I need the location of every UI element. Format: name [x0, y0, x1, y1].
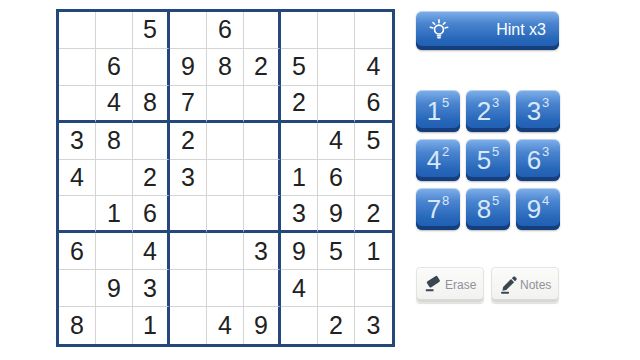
cell-r1c3[interactable]: 5: [133, 12, 170, 49]
numpad-digit: 3: [527, 98, 541, 124]
cell-r6c5[interactable]: [207, 196, 244, 233]
numpad-digit: 4: [427, 147, 441, 173]
numpad-digit: 8: [477, 196, 491, 222]
hint-button[interactable]: Hint x3: [416, 11, 559, 50]
cell-r4c5[interactable]: [207, 123, 244, 160]
cell-r7c6[interactable]: 3: [244, 233, 281, 270]
numpad-digit: 5: [477, 147, 491, 173]
numpad-button-5[interactable]: 55: [466, 139, 510, 181]
cell-r5c7[interactable]: 1: [281, 160, 318, 197]
cell-r5c3[interactable]: 2: [133, 160, 170, 197]
cell-r5c9[interactable]: [355, 160, 392, 197]
numpad-remaining-count: 5: [492, 194, 499, 207]
cell-r3c3[interactable]: 8: [133, 86, 170, 123]
cell-r3c1[interactable]: [59, 86, 96, 123]
erase-label: Erase: [445, 278, 476, 292]
cell-r4c3[interactable]: [133, 123, 170, 160]
cell-r6c2[interactable]: 1: [96, 196, 133, 233]
numpad-remaining-count: 3: [542, 145, 549, 158]
numpad-remaining-count: 8: [442, 194, 449, 207]
cell-r6c8[interactable]: 9: [318, 196, 355, 233]
cell-r2c2[interactable]: 6: [96, 49, 133, 86]
cell-r7c4[interactable]: [170, 233, 207, 270]
numpad-button-2[interactable]: 23: [466, 90, 510, 132]
cell-r8c7[interactable]: 4: [281, 270, 318, 307]
cell-r9c1[interactable]: 8: [59, 307, 96, 344]
cell-r7c3[interactable]: 4: [133, 233, 170, 270]
numpad-remaining-count: 4: [542, 194, 549, 207]
number-pad: 152333425563788594: [416, 90, 560, 230]
cell-r7c9[interactable]: 1: [355, 233, 392, 270]
numpad-remaining-count: 5: [442, 96, 449, 109]
cell-r9c5[interactable]: 4: [207, 307, 244, 344]
numpad-digit: 9: [527, 196, 541, 222]
cell-r1c2[interactable]: [96, 12, 133, 49]
cell-r4c4[interactable]: 2: [170, 123, 207, 160]
numpad-remaining-count: 2: [442, 145, 449, 158]
cell-r8c6[interactable]: [244, 270, 281, 307]
numpad-button-4[interactable]: 42: [416, 139, 460, 181]
cell-r5c2[interactable]: [96, 160, 133, 197]
cell-r9c2[interactable]: [96, 307, 133, 344]
cell-r2c8[interactable]: [318, 49, 355, 86]
cell-r5c1[interactable]: 4: [59, 160, 96, 197]
cell-r8c5[interactable]: [207, 270, 244, 307]
erase-button[interactable]: Erase: [416, 267, 484, 303]
cell-r6c4[interactable]: [170, 196, 207, 233]
cell-r3c8[interactable]: [318, 86, 355, 123]
cell-r9c8[interactable]: 2: [318, 307, 355, 344]
cell-r2c4[interactable]: 9: [170, 49, 207, 86]
cell-r6c3[interactable]: 6: [133, 196, 170, 233]
cell-r2c9[interactable]: 4: [355, 49, 392, 86]
cell-r1c7[interactable]: [281, 12, 318, 49]
cell-r7c5[interactable]: [207, 233, 244, 270]
cell-r3c9[interactable]: 6: [355, 86, 392, 123]
cell-r5c5[interactable]: [207, 160, 244, 197]
cell-r8c1[interactable]: [59, 270, 96, 307]
cell-r4c2[interactable]: 8: [96, 123, 133, 160]
sudoku-board: 5669825448726382454231616392643951934814…: [56, 9, 395, 347]
cell-r7c2[interactable]: [96, 233, 133, 270]
cell-r9c7[interactable]: [281, 307, 318, 344]
cell-r2c1[interactable]: [59, 49, 96, 86]
cell-r1c9[interactable]: [355, 12, 392, 49]
cell-r3c6[interactable]: [244, 86, 281, 123]
cell-r9c9[interactable]: 3: [355, 307, 392, 344]
cell-r6c6[interactable]: [244, 196, 281, 233]
numpad-button-6[interactable]: 63: [516, 139, 560, 181]
notes-label: Notes: [520, 278, 551, 292]
numpad-digit: 2: [477, 98, 491, 124]
numpad-digit: 6: [527, 147, 541, 173]
cell-r7c1[interactable]: 6: [59, 233, 96, 270]
cell-r2c7[interactable]: 5: [281, 49, 318, 86]
cell-r9c3[interactable]: 1: [133, 307, 170, 344]
numpad-button-7[interactable]: 78: [416, 188, 460, 230]
lightbulb-icon: [426, 16, 452, 46]
cell-r5c8[interactable]: 6: [318, 160, 355, 197]
numpad-digit: 7: [427, 196, 441, 222]
cell-r8c3[interactable]: 3: [133, 270, 170, 307]
cell-r8c9[interactable]: [355, 270, 392, 307]
cell-r6c9[interactable]: 2: [355, 196, 392, 233]
cell-r6c7[interactable]: 3: [281, 196, 318, 233]
cell-r3c2[interactable]: 4: [96, 86, 133, 123]
numpad-button-1[interactable]: 15: [416, 90, 460, 132]
cell-r4c7[interactable]: [281, 123, 318, 160]
numpad-remaining-count: 5: [492, 145, 499, 158]
cell-r3c5[interactable]: [207, 86, 244, 123]
cell-r1c4[interactable]: [170, 12, 207, 49]
cell-r9c4[interactable]: [170, 307, 207, 344]
numpad-button-8[interactable]: 85: [466, 188, 510, 230]
cell-r1c6[interactable]: [244, 12, 281, 49]
numpad-remaining-count: 3: [542, 96, 549, 109]
notes-button[interactable]: Notes: [491, 267, 559, 303]
hint-label: Hint x3: [496, 21, 546, 41]
cell-r4c9[interactable]: 5: [355, 123, 392, 160]
cell-r8c2[interactable]: 9: [96, 270, 133, 307]
cell-r8c4[interactable]: [170, 270, 207, 307]
cell-r3c7[interactable]: 2: [281, 86, 318, 123]
cell-r6c1[interactable]: [59, 196, 96, 233]
numpad-button-9[interactable]: 94: [516, 188, 560, 230]
eraser-icon: [423, 273, 445, 298]
cell-r2c5[interactable]: 8: [207, 49, 244, 86]
cell-r1c5[interactable]: 6: [207, 12, 244, 49]
cell-r4c8[interactable]: 4: [318, 123, 355, 160]
cell-r9c6[interactable]: 9: [244, 307, 281, 344]
cell-r3c4[interactable]: 7: [170, 86, 207, 123]
cell-r4c6[interactable]: [244, 123, 281, 160]
cell-r2c6[interactable]: 2: [244, 49, 281, 86]
cell-r7c7[interactable]: 9: [281, 233, 318, 270]
cell-r1c8[interactable]: [318, 12, 355, 49]
cell-r4c1[interactable]: 3: [59, 123, 96, 160]
cell-r1c1[interactable]: [59, 12, 96, 49]
numpad-remaining-count: 3: [492, 96, 499, 109]
numpad-digit: 1: [427, 98, 441, 124]
numpad-button-3[interactable]: 33: [516, 90, 560, 132]
pencil-icon: [498, 273, 520, 298]
cell-r5c4[interactable]: 3: [170, 160, 207, 197]
cell-r7c8[interactable]: 5: [318, 233, 355, 270]
cell-r5c6[interactable]: [244, 160, 281, 197]
cell-r2c3[interactable]: [133, 49, 170, 86]
cell-r8c8[interactable]: [318, 270, 355, 307]
